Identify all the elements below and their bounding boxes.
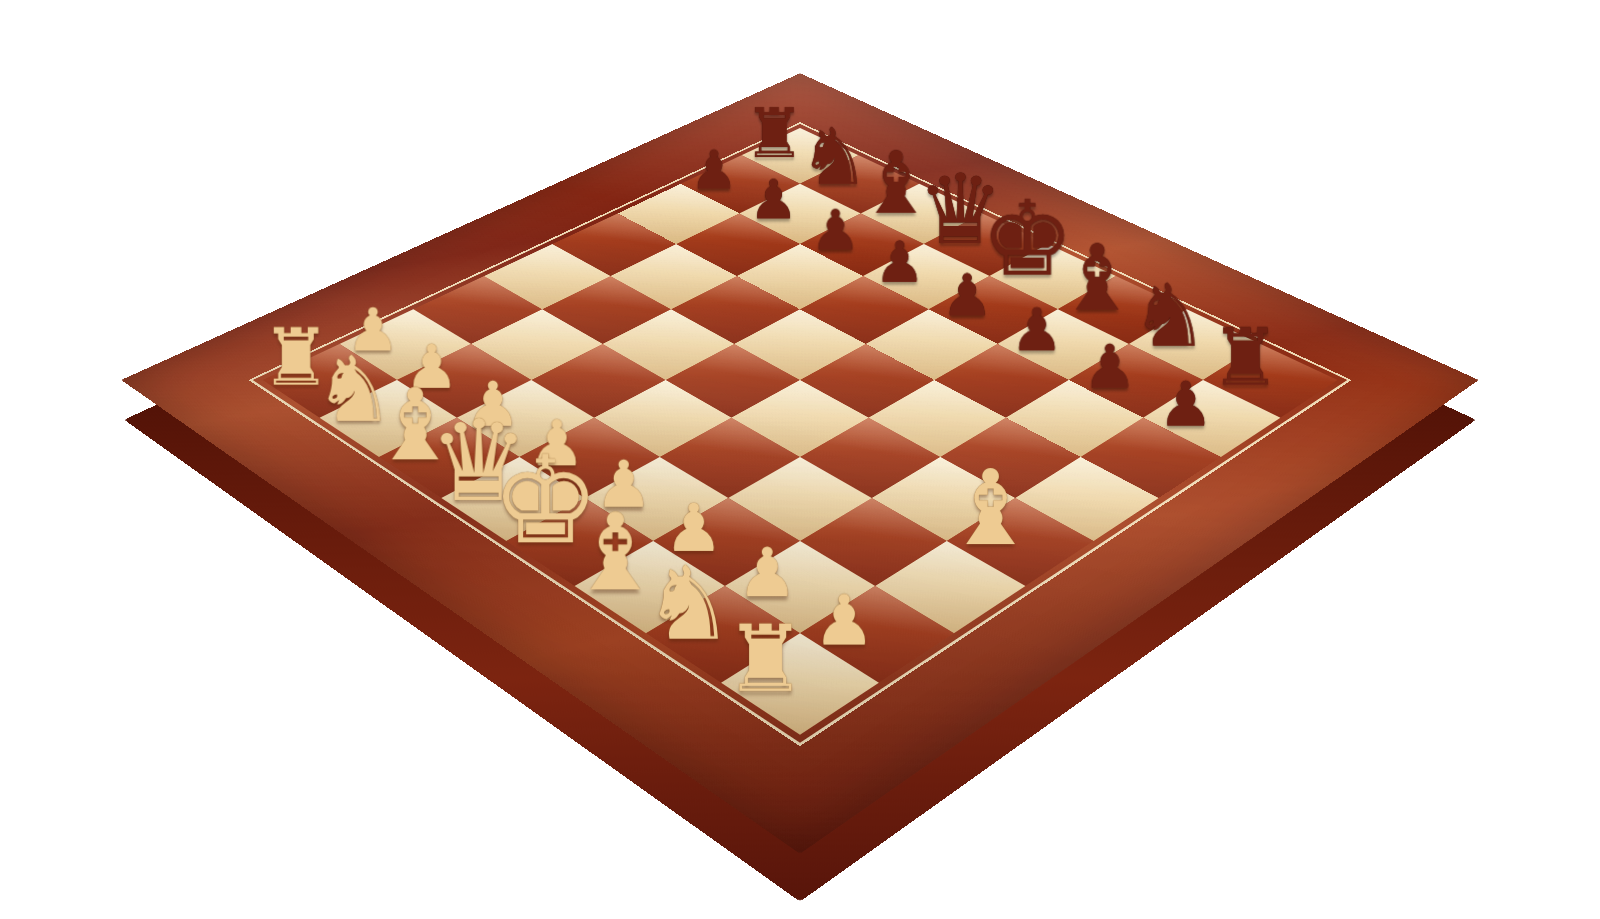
piece-red-pawn-a7: ♟ — [690, 142, 738, 196]
piece-red-pawn-d7: ♟ — [874, 233, 925, 290]
board-grid: ♜♞♝♛♚♝♞♜♟♟♟♟♟♟♟♟♝♟♟♟♟♟♟♟♟♜♞♝♛♚♝♞♜ — [263, 127, 1338, 734]
piece-white-knight-g1: ♞ — [643, 552, 734, 654]
chess-board: ♜♞♝♛♚♝♞♜♟♟♟♟♟♟♟♟♝♟♟♟♟♟♟♟♟♜♞♝♛♚♝♞♜ — [121, 73, 1479, 853]
piece-red-rook-a8: ♜ — [744, 99, 805, 167]
board-tilt-wrapper: ♜♞♝♛♚♝♞♜♟♟♟♟♟♟♟♟♝♟♟♟♟♟♟♟♟♜♞♝♛♚♝♞♜ — [121, 73, 1479, 853]
piece-red-pawn-g7: ♟ — [1082, 335, 1136, 396]
piece-white-pawn-h2: ♟ — [813, 585, 875, 654]
square-a4 — [484, 244, 610, 309]
piece-red-knight-g8: ♞ — [1130, 272, 1208, 359]
chess-board-photo: ♜♞♝♛♚♝♞♜♟♟♟♟♟♟♟♟♝♟♟♟♟♟♟♟♟♜♞♝♛♚♝♞♜ — [320, 0, 1280, 919]
square-e4 — [731, 380, 868, 457]
piece-white-pawn-g2: ♟ — [736, 538, 797, 606]
piece-red-pawn-e7: ♟ — [941, 266, 993, 324]
piece-red-pawn-h7: ♟ — [1158, 372, 1213, 434]
piece-red-bishop-f8: ♝ — [1056, 233, 1138, 324]
piece-white-bishop-h4: ♝ — [944, 456, 1037, 560]
piece-white-rook-h1: ♜ — [724, 612, 807, 705]
piece-red-pawn-c7: ♟ — [810, 202, 860, 258]
scene: ♜♞♝♛♚♝♞♜♟♟♟♟♟♟♟♟♝♟♟♟♟♟♟♟♟♜♞♝♛♚♝♞♜ — [0, 0, 1600, 919]
piece-red-pawn-b7: ♟ — [749, 171, 798, 226]
piece-red-pawn-f7: ♟ — [1010, 300, 1063, 359]
piece-red-rook-h8: ♜ — [1210, 317, 1281, 396]
